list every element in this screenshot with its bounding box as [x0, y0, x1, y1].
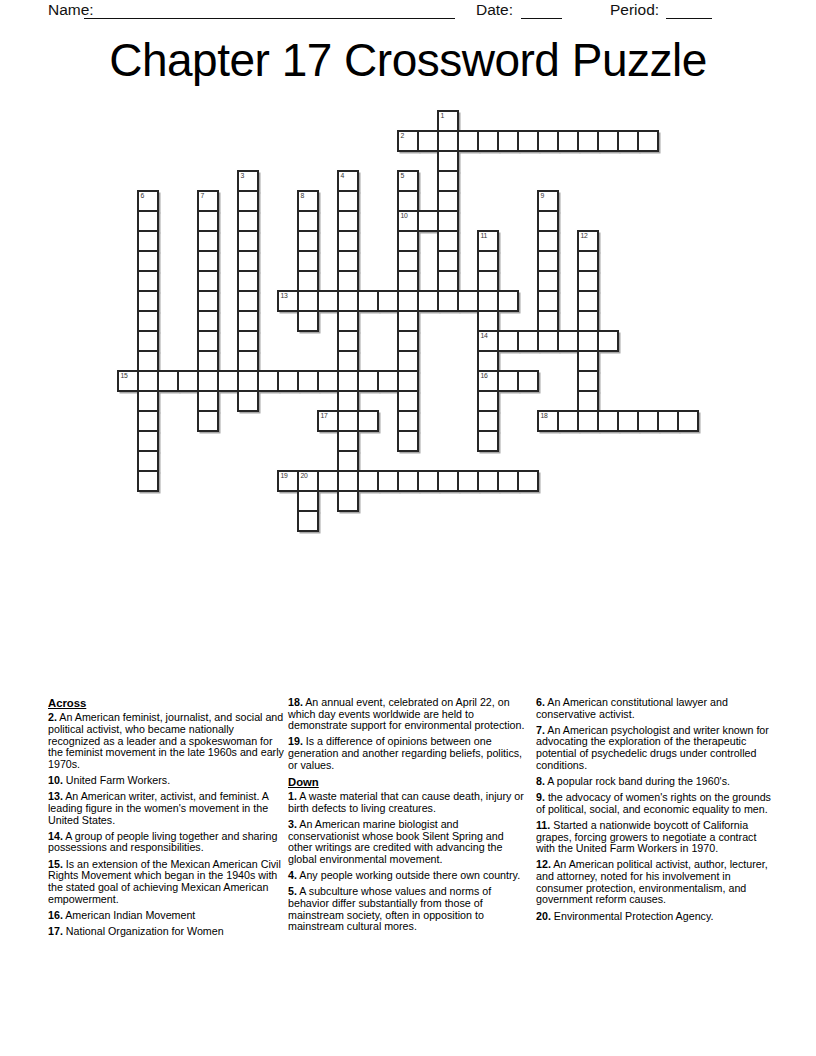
grid-cell[interactable]	[417, 210, 439, 232]
grid-cell[interactable]	[577, 410, 599, 432]
clue-number: 12.	[536, 858, 551, 870]
grid-cell[interactable]: 16	[477, 370, 499, 392]
grid-cell[interactable]	[577, 350, 599, 372]
grid-cell[interactable]	[297, 290, 319, 312]
grid-cell[interactable]	[197, 410, 219, 432]
grid-cell[interactable]	[137, 310, 159, 332]
grid-cell[interactable]: 1	[437, 110, 459, 132]
grid-cell[interactable]	[297, 250, 319, 272]
clue-text: An American writer, activist, and femini…	[48, 790, 268, 825]
grid-cell[interactable]	[337, 310, 359, 332]
grid-cell[interactable]	[637, 410, 659, 432]
grid-cell[interactable]	[657, 410, 679, 432]
grid-cell[interactable]	[457, 290, 479, 312]
clue-number: 14.	[48, 830, 63, 842]
grid-cell[interactable]	[197, 310, 219, 332]
grid-cell[interactable]	[417, 290, 439, 312]
grid-cell[interactable]	[297, 210, 319, 232]
grid-cell[interactable]	[137, 350, 159, 372]
grid-cell[interactable]: 2	[397, 130, 419, 152]
clue-number: 16.	[48, 909, 63, 921]
grid-cell[interactable]	[557, 410, 579, 432]
cell-number: 13	[281, 292, 288, 300]
grid-cell[interactable]	[437, 210, 459, 232]
clue-text: A subculture whose values and norms of b…	[288, 885, 491, 932]
clue-text: American Indian Movement	[63, 909, 195, 921]
grid-cell[interactable]: 20	[297, 470, 319, 492]
grid-cell[interactable]	[397, 410, 419, 432]
grid-cell[interactable]	[577, 310, 599, 332]
grid-cell[interactable]	[337, 450, 359, 472]
cell-number: 6	[141, 192, 145, 200]
clue-number: 10.	[48, 774, 63, 786]
clue-item: 11. Started a nationwide boycott of Cali…	[536, 820, 773, 855]
clue-item: 10. United Farm Workers.	[48, 775, 285, 787]
clue-number: 17.	[48, 925, 63, 937]
grid-cell[interactable]	[137, 230, 159, 252]
cell-number: 7	[201, 192, 205, 200]
page-title: Chapter 17 Crossword Puzzle	[0, 33, 816, 87]
clue-column-3: 6. An American constitutional lawyer and…	[536, 697, 773, 927]
across-header: Across	[48, 697, 285, 709]
grid-cell[interactable]: 11	[477, 230, 499, 252]
grid-cell[interactable]	[257, 370, 279, 392]
cell-number: 18	[541, 412, 548, 420]
crossword-grid: 1234567891011121314151617181920	[117, 110, 699, 532]
clue-item: 13. An American writer, activist, and fe…	[48, 791, 285, 826]
grid-cell[interactable]	[357, 290, 379, 312]
clue-item: 7. An American psychologist and writer k…	[536, 725, 773, 772]
grid-cell[interactable]	[137, 370, 159, 392]
grid-cell[interactable]	[197, 230, 219, 252]
grid-cell[interactable]	[337, 250, 359, 272]
grid-cell[interactable]	[597, 410, 619, 432]
cell-number: 1	[441, 112, 445, 120]
cell-number: 19	[281, 472, 288, 480]
clue-item: 6. An American constitutional lawyer and…	[536, 697, 773, 720]
grid-cell[interactable]	[237, 210, 259, 232]
clue-item: 16. American Indian Movement	[48, 910, 285, 922]
grid-cell[interactable]	[577, 130, 599, 152]
grid-cell[interactable]	[137, 410, 159, 432]
clue-text: Is an extension of the Mexican American …	[48, 858, 281, 905]
clue-item: 1. A waste material that can cause death…	[288, 791, 525, 814]
grid-cell[interactable]	[337, 330, 359, 352]
clue-text: Started a nationwide boycott of Californ…	[536, 819, 756, 854]
grid-cell[interactable]	[337, 350, 359, 372]
grid-cell[interactable]	[477, 130, 499, 152]
clue-item: 20. Environmental Protection Agency.	[536, 911, 773, 923]
cell-number: 11	[481, 232, 488, 240]
grid-cell[interactable]: 10	[397, 210, 419, 232]
grid-cell[interactable]	[137, 210, 159, 232]
grid-cell[interactable]	[577, 270, 599, 292]
cell-number: 16	[481, 372, 488, 380]
grid-cell[interactable]	[337, 370, 359, 392]
grid-cell[interactable]	[517, 330, 539, 352]
grid-cell[interactable]	[537, 230, 559, 252]
date-label: Date:	[476, 1, 513, 19]
grid-cell[interactable]	[597, 130, 619, 152]
clue-column-2: 18. An annual event, celebrated on April…	[288, 697, 525, 937]
grid-cell[interactable]	[177, 370, 199, 392]
grid-cell[interactable]	[537, 210, 559, 232]
grid-cell[interactable]	[157, 370, 179, 392]
grid-cell[interactable]	[397, 290, 419, 312]
grid-cell[interactable]: 17	[317, 410, 339, 432]
grid-cell[interactable]	[237, 250, 259, 272]
grid-cell[interactable]	[137, 450, 159, 472]
clue-text: Environmental Protection Agency.	[551, 910, 714, 922]
clue-item: 5. A subculture whose values and norms o…	[288, 886, 525, 933]
clue-item: 2. An American feminist, journalist, and…	[48, 712, 285, 770]
grid-cell[interactable]	[377, 370, 399, 392]
grid-cell[interactable]	[137, 390, 159, 412]
grid-cell[interactable]	[337, 390, 359, 412]
clue-text: Any people working outside there own cou…	[297, 869, 520, 881]
grid-cell[interactable]	[437, 290, 459, 312]
grid-cell[interactable]	[317, 370, 339, 392]
clue-text: An American constitutional lawyer and co…	[536, 696, 728, 720]
grid-cell[interactable]	[437, 190, 459, 212]
grid-cell[interactable]	[237, 390, 259, 412]
grid-cell[interactable]	[537, 270, 559, 292]
clue-item: 19. Is a difference of opinions between …	[288, 736, 525, 771]
clue-text: Is a difference of opinions between one …	[288, 735, 522, 770]
grid-cell[interactable]	[137, 270, 159, 292]
grid-cell[interactable]	[477, 390, 499, 412]
grid-cell[interactable]	[517, 130, 539, 152]
clue-number: 18.	[288, 696, 303, 708]
grid-cell[interactable]	[357, 370, 379, 392]
grid-cell[interactable]	[237, 330, 259, 352]
grid-cell[interactable]	[537, 250, 559, 272]
grid-cell[interactable]	[337, 410, 359, 432]
grid-cell[interactable]	[597, 330, 619, 352]
clue-item: 14. A group of people living together an…	[48, 831, 285, 854]
grid-cell[interactable]	[137, 250, 159, 272]
clue-text: A popular rock band during the 1960's.	[545, 775, 730, 787]
clue-number: 20.	[536, 910, 551, 922]
grid-cell[interactable]	[677, 410, 699, 432]
clue-item: 8. A popular rock band during the 1960's…	[536, 776, 773, 788]
clue-item: 4. Any people working outside there own …	[288, 870, 525, 882]
grid-cell[interactable]	[197, 250, 219, 272]
clue-number: 11.	[536, 819, 550, 831]
grid-cell[interactable]	[577, 290, 599, 312]
cell-number: 4	[341, 172, 345, 180]
period-label: Period:	[610, 1, 659, 19]
cell-number: 14	[481, 332, 488, 340]
clue-text: An American marine biologist and conserv…	[288, 818, 504, 865]
clue-column-1: Across2. An American feminist, journalis…	[48, 697, 285, 942]
grid-cell[interactable]	[357, 410, 379, 432]
clue-text: the advocacy of women's rights on the gr…	[536, 791, 771, 815]
clue-item: 9. the advocacy of women's rights on the…	[536, 792, 773, 815]
grid-cell[interactable]	[357, 470, 379, 492]
clue-item: 17. National Organization for Women	[48, 926, 285, 938]
grid-cell[interactable]	[197, 270, 219, 292]
grid-cell[interactable]	[457, 130, 479, 152]
grid-cell[interactable]	[297, 490, 319, 512]
grid-cell[interactable]	[237, 350, 259, 372]
grid-cell[interactable]	[557, 330, 579, 352]
grid-cell[interactable]	[457, 470, 479, 492]
clue-text: A group of people living together and sh…	[48, 830, 277, 854]
grid-cell[interactable]	[417, 130, 439, 152]
cell-number: 10	[401, 212, 408, 220]
grid-cell[interactable]: 15	[117, 370, 139, 392]
cell-number: 12	[581, 232, 588, 240]
grid-cell[interactable]	[337, 470, 359, 492]
grid-cell[interactable]: 7	[197, 190, 219, 212]
grid-cell[interactable]	[297, 510, 319, 532]
grid-cell[interactable]	[297, 370, 319, 392]
grid-cell[interactable]	[637, 130, 659, 152]
grid-cell[interactable]	[537, 130, 559, 152]
grid-cell[interactable]	[337, 230, 359, 252]
cell-number: 20	[301, 472, 308, 480]
grid-cell[interactable]	[397, 230, 419, 252]
grid-cell[interactable]	[437, 130, 459, 152]
clue-number: 19.	[288, 735, 303, 747]
grid-cell[interactable]	[217, 370, 239, 392]
grid-cell[interactable]	[437, 230, 459, 252]
grid-cell[interactable]	[237, 310, 259, 332]
grid-cell[interactable]	[237, 290, 259, 312]
clue-text: An annual event, celebrated on April 22,…	[288, 696, 524, 731]
cell-number: 9	[541, 192, 545, 200]
grid-cell[interactable]	[437, 470, 459, 492]
clue-number: 1.	[288, 790, 297, 802]
cell-number: 8	[301, 192, 305, 200]
grid-cell[interactable]	[477, 410, 499, 432]
grid-cell[interactable]: 8	[297, 190, 319, 212]
clue-text: An American political activist, author, …	[536, 858, 768, 905]
clue-number: 7.	[536, 724, 545, 736]
grid-cell[interactable]	[577, 390, 599, 412]
grid-cell[interactable]	[477, 270, 499, 292]
cell-number: 2	[401, 132, 405, 140]
grid-cell[interactable]	[297, 230, 319, 252]
grid-cell[interactable]	[397, 370, 419, 392]
clue-number: 4.	[288, 869, 297, 881]
grid-cell[interactable]	[477, 310, 499, 332]
grid-cell[interactable]	[197, 390, 219, 412]
grid-cell[interactable]	[477, 430, 499, 452]
grid-cell[interactable]	[337, 270, 359, 292]
grid-cell[interactable]	[297, 310, 319, 332]
grid-cell[interactable]: 13	[277, 290, 299, 312]
grid-cell[interactable]	[397, 470, 419, 492]
grid-cell[interactable]	[417, 470, 439, 492]
grid-cell[interactable]	[537, 330, 559, 352]
grid-cell[interactable]	[397, 390, 419, 412]
grid-cell[interactable]	[537, 290, 559, 312]
clue-text: National Organization for Women	[63, 925, 224, 937]
grid-cell[interactable]	[477, 250, 499, 272]
clue-number: 6.	[536, 696, 545, 708]
grid-cell[interactable]	[137, 330, 159, 352]
grid-cell[interactable]	[477, 470, 499, 492]
down-header: Down	[288, 776, 525, 788]
grid-cell[interactable]	[517, 470, 539, 492]
cell-number: 5	[401, 172, 405, 180]
grid-cell[interactable]	[537, 310, 559, 332]
grid-cell[interactable]: 4	[337, 170, 359, 192]
grid-cell[interactable]	[237, 270, 259, 292]
clue-item: 12. An American political activist, auth…	[536, 859, 773, 906]
grid-cell[interactable]	[397, 330, 419, 352]
grid-cell[interactable]	[337, 290, 359, 312]
grid-cell[interactable]	[477, 350, 499, 372]
grid-cell[interactable]	[397, 350, 419, 372]
grid-cell[interactable]	[197, 290, 219, 312]
grid-cell[interactable]	[197, 330, 219, 352]
clue-text: An American feminist, journalist, and so…	[48, 711, 284, 770]
grid-cell[interactable]	[337, 190, 359, 212]
grid-cell[interactable]	[377, 470, 399, 492]
grid-cell[interactable]	[477, 290, 499, 312]
period-blank-line	[666, 3, 712, 19]
grid-cell[interactable]	[497, 330, 519, 352]
grid-cell[interactable]	[497, 130, 519, 152]
grid-cell[interactable]	[297, 270, 319, 292]
clue-text: United Farm Workers.	[63, 774, 170, 786]
grid-cell[interactable]	[377, 290, 399, 312]
grid-cell[interactable]	[137, 470, 159, 492]
grid-cell[interactable]	[497, 290, 519, 312]
grid-cell[interactable]	[497, 370, 519, 392]
clue-text: A waste material that can cause death, i…	[288, 790, 524, 814]
grid-cell[interactable]	[197, 350, 219, 372]
grid-cell[interactable]	[337, 430, 359, 452]
grid-cell[interactable]: 18	[537, 410, 559, 432]
grid-cell[interactable]	[237, 230, 259, 252]
clue-number: 13.	[48, 790, 63, 802]
grid-cell[interactable]	[577, 370, 599, 392]
grid-cell[interactable]: 12	[577, 230, 599, 252]
grid-cell[interactable]	[617, 130, 639, 152]
grid-cell[interactable]: 19	[277, 470, 299, 492]
grid-cell[interactable]	[317, 470, 339, 492]
grid-cell[interactable]	[397, 310, 419, 332]
grid-cell[interactable]: 6	[137, 190, 159, 212]
grid-cell[interactable]	[397, 190, 419, 212]
name-blank-line	[84, 3, 455, 19]
grid-cell[interactable]: 5	[397, 170, 419, 192]
grid-cell[interactable]: 3	[237, 170, 259, 192]
clue-item: 18. An annual event, celebrated on April…	[288, 697, 525, 732]
grid-cell[interactable]	[137, 430, 159, 452]
clue-item: 15. Is an extension of the Mexican Ameri…	[48, 859, 285, 906]
grid-cell[interactable]	[137, 290, 159, 312]
grid-cell[interactable]	[397, 270, 419, 292]
clue-number: 2.	[48, 711, 57, 723]
grid-cell[interactable]	[437, 250, 459, 272]
grid-cell[interactable]	[497, 470, 519, 492]
grid-cell[interactable]	[577, 330, 599, 352]
grid-cell[interactable]	[197, 210, 219, 232]
grid-cell[interactable]	[397, 250, 419, 272]
date-blank-line	[521, 3, 562, 19]
grid-cell[interactable]	[437, 270, 459, 292]
grid-cell[interactable]	[437, 170, 459, 192]
clue-number: 8.	[536, 775, 545, 787]
clue-number: 3.	[288, 818, 297, 830]
grid-cell[interactable]	[277, 370, 299, 392]
grid-cell[interactable]	[237, 190, 259, 212]
cell-number: 17	[321, 412, 328, 420]
grid-cell[interactable]	[437, 150, 459, 172]
grid-cell[interactable]	[577, 250, 599, 272]
grid-cell[interactable]	[557, 130, 579, 152]
grid-cell[interactable]	[317, 290, 339, 312]
grid-cell[interactable]	[337, 490, 359, 512]
grid-cell[interactable]: 9	[537, 190, 559, 212]
grid-cell[interactable]	[397, 430, 419, 452]
clue-number: 9.	[536, 791, 545, 803]
clue-item: 3. An American marine biologist and cons…	[288, 819, 525, 866]
clue-number: 5.	[288, 885, 297, 897]
grid-cell[interactable]	[617, 410, 639, 432]
grid-cell[interactable]	[517, 370, 539, 392]
clue-text: An American psychologist and writer know…	[536, 724, 769, 771]
grid-cell[interactable]	[197, 370, 219, 392]
clue-number: 15.	[48, 858, 63, 870]
cell-number: 3	[241, 172, 245, 180]
grid-cell[interactable]: 14	[477, 330, 499, 352]
cell-number: 15	[121, 372, 128, 380]
grid-cell[interactable]	[337, 210, 359, 232]
grid-cell[interactable]	[237, 370, 259, 392]
